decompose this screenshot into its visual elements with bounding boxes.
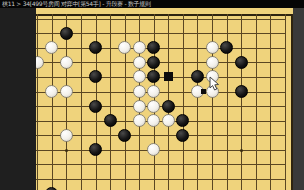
white-stone <box>147 114 160 127</box>
go-board[interactable] <box>36 8 293 190</box>
black-stone <box>45 187 58 190</box>
white-stone <box>147 100 160 113</box>
white-stone <box>206 56 219 69</box>
white-stone <box>133 41 146 54</box>
black-stone <box>147 56 160 69</box>
grid-line-h <box>36 77 286 78</box>
white-stone <box>60 129 73 142</box>
white-stone <box>45 85 58 98</box>
grid-line-h <box>36 135 286 136</box>
black-stone <box>104 114 117 127</box>
black-stone <box>60 27 73 40</box>
white-stone <box>206 41 219 54</box>
grid-line-h <box>36 106 286 107</box>
white-stone <box>147 85 160 98</box>
grid-line-h <box>36 19 286 20</box>
white-stone <box>60 85 73 98</box>
grid-line-h <box>36 150 286 151</box>
white-stone <box>133 70 146 83</box>
title-bar: 棋11 > 34[499号房间 对弈中[第54手] - 升段赛 - 数子规则 <box>0 0 304 8</box>
black-stone <box>176 129 189 142</box>
black-stone <box>89 41 102 54</box>
grid-line-h <box>36 33 286 34</box>
white-stone <box>60 56 73 69</box>
black-stone <box>147 70 160 83</box>
black-stone <box>191 70 204 83</box>
white-stone <box>147 143 160 156</box>
grid-line-h <box>36 179 286 180</box>
grid-line-h <box>36 48 286 49</box>
white-stone <box>36 56 44 69</box>
white-stone <box>162 114 175 127</box>
white-stone <box>133 56 146 69</box>
black-stone <box>147 41 160 54</box>
mouse-cursor-icon <box>209 76 221 92</box>
black-stone <box>176 114 189 127</box>
right-panel <box>293 8 304 190</box>
grid-line-h <box>36 164 286 165</box>
white-stone <box>45 41 58 54</box>
black-stone <box>118 129 131 142</box>
grid-line-h <box>36 121 286 122</box>
black-stone <box>89 100 102 113</box>
white-stone <box>118 41 131 54</box>
white-stone <box>133 85 146 98</box>
star-point <box>65 149 68 152</box>
star-point <box>240 149 243 152</box>
white-stone <box>133 100 146 113</box>
black-stone <box>162 100 175 113</box>
white-stone <box>133 114 146 127</box>
square-marker <box>164 72 173 81</box>
black-stone <box>89 143 102 156</box>
left-panel <box>0 8 36 190</box>
black-stone <box>235 56 248 69</box>
last-move-marker <box>201 89 206 94</box>
grid-line-h <box>36 62 286 63</box>
black-stone <box>235 85 248 98</box>
board-frame-top <box>36 14 293 16</box>
black-stone <box>89 70 102 83</box>
black-stone <box>220 41 233 54</box>
grid-line-h <box>36 92 286 93</box>
title-text: 棋11 > 34[499号房间 对弈中[第54手] - 升段赛 - 数子规则 <box>2 0 151 7</box>
